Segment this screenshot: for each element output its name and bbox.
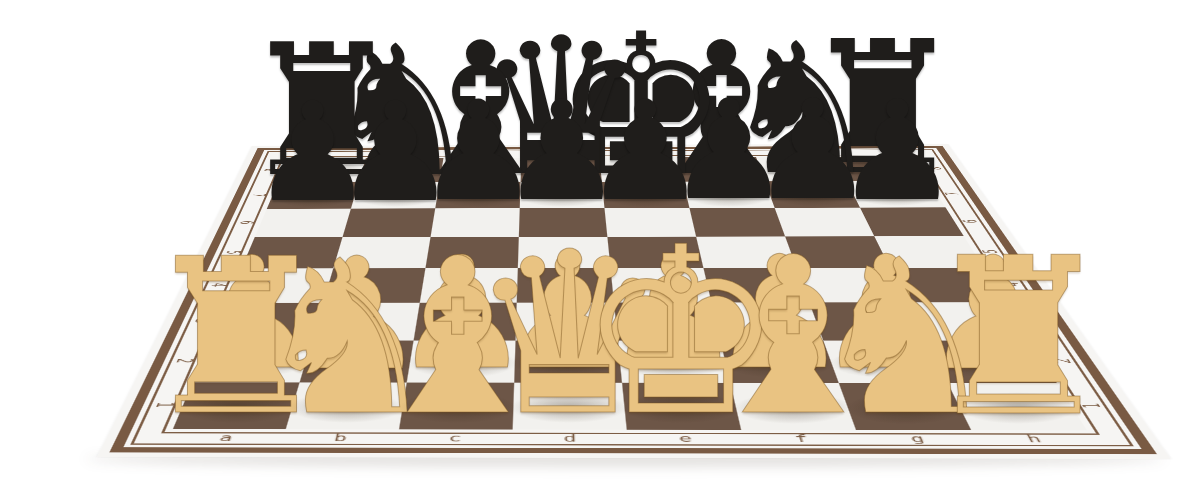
piece-black-pawn-a7[interactable]: ♟: [193, 84, 433, 221]
piece-white-rook-h1[interactable]: ♜: [899, 229, 1139, 447]
chess-photo-scene: abcdefgh8877665544332211 ♜♞♝♚♛♝♞♜♟♟♟♟♟♟♟…: [0, 0, 1200, 504]
pieces-layer: ♜♞♝♚♛♝♞♜♟♟♟♟♟♟♟♟♟♟♟♟♟♟♟♟♜♞♝♛♚♝♞♜: [0, 0, 1200, 504]
